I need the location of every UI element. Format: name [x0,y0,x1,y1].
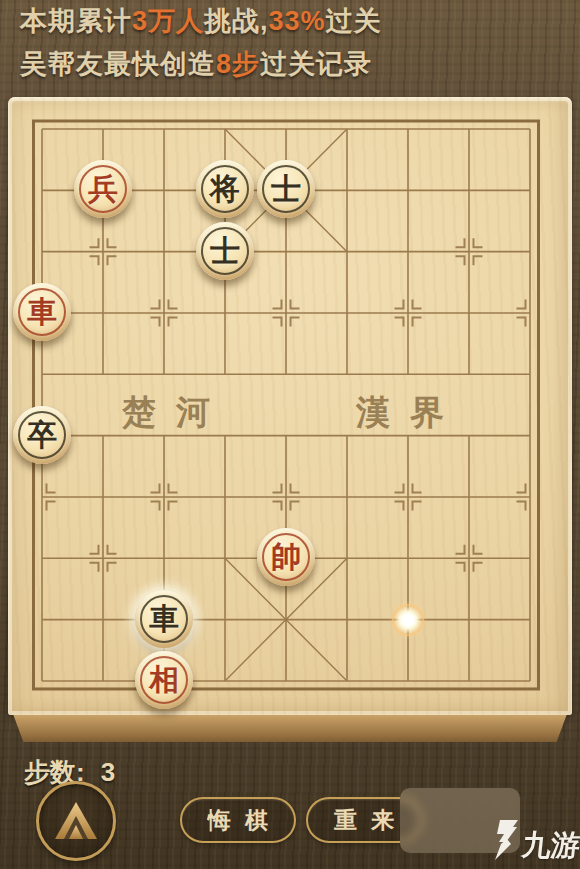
jiuyou-watermark: 九游 [492,820,580,860]
jiuyou-logo-icon [492,820,519,860]
move-hint-sparkle [385,597,431,643]
piece-black-士[interactable]: 士 [196,222,254,280]
river-label-chu-he: 楚河 [122,390,230,436]
step-counter-value: 3 [101,757,115,787]
piece-character: 士 [271,174,301,204]
piece-character: 車 [149,604,179,634]
piece-character: 相 [149,665,179,695]
board-grid-lines [0,0,580,869]
piece-character: 卒 [27,420,57,450]
piece-character: 士 [210,236,240,266]
xiangqi-game-screen: 本期累计3万人挑战,33%过关 吴帮友最快创造8步过关记录 楚河 漢界 兵将士士… [0,0,580,869]
piece-character: 帥 [271,542,301,572]
undo-move-button[interactable]: 悔棋 [180,797,296,843]
piece-black-将[interactable]: 将 [196,160,254,218]
piece-red-車[interactable]: 車 [13,283,71,341]
piece-black-車[interactable]: 車 [135,590,193,648]
piece-black-士[interactable]: 士 [257,160,315,218]
piece-character: 兵 [88,174,118,204]
piece-character: 車 [27,297,57,327]
piece-red-相[interactable]: 相 [135,651,193,709]
river-label-han-jie: 漢界 [356,390,464,436]
jiuyou-logo-text: 九游 [520,831,580,860]
piece-red-帥[interactable]: 帥 [257,528,315,586]
mountain-arrow-icon [54,801,98,841]
piece-red-兵[interactable]: 兵 [74,160,132,218]
expand-panel-button[interactable] [36,781,116,861]
piece-character: 将 [210,174,240,204]
piece-black-卒[interactable]: 卒 [13,406,71,464]
